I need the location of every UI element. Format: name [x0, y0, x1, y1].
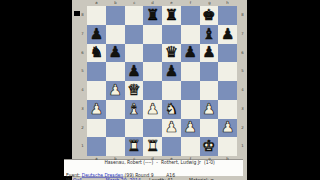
file-label-top-g: g: [204, 1, 214, 4]
file-label-top-a: a: [91, 1, 101, 4]
square-h3[interactable]: [218, 100, 237, 119]
square-f5[interactable]: [181, 62, 200, 81]
square-c6[interactable]: [125, 44, 144, 63]
material-balance: Material: =: [189, 178, 214, 180]
square-c4[interactable]: ♛: [125, 81, 144, 100]
piece-white-knight: ♞: [165, 101, 178, 116]
piece-black-pawn: ♟: [127, 64, 140, 79]
rank-label-right-7: 7: [240, 29, 244, 39]
piece-white-pawn: ♟: [202, 101, 215, 116]
piece-black-rook: ♜: [146, 7, 159, 22]
square-f4[interactable]: [181, 81, 200, 100]
piece-black-pawn: ♟: [202, 45, 215, 60]
piece-white-pawn: ♟: [108, 82, 121, 97]
file-label-bottom-b: b: [110, 157, 120, 160]
square-a8[interactable]: [87, 6, 106, 25]
square-b3[interactable]: [106, 100, 125, 119]
square-d2[interactable]: [143, 119, 162, 138]
piece-white-queen: ♛: [127, 82, 140, 97]
square-d5[interactable]: [143, 62, 162, 81]
square-h6[interactable]: [218, 44, 237, 63]
square-h8[interactable]: [218, 6, 237, 25]
square-e6[interactable]: ♛: [162, 44, 181, 63]
square-a7[interactable]: ♟: [87, 25, 106, 44]
square-c1[interactable]: ♜: [125, 137, 144, 156]
square-f8[interactable]: [181, 6, 200, 25]
square-d7[interactable]: [143, 25, 162, 44]
rank-label-right-6: 6: [240, 48, 244, 58]
square-a2[interactable]: [87, 119, 106, 138]
piece-white-rook: ♜: [127, 139, 140, 154]
square-c5[interactable]: ♟: [125, 62, 144, 81]
piece-black-queen: ♛: [165, 45, 178, 60]
rank-label-left-6: 6: [81, 48, 85, 58]
file-label-bottom-a: a: [91, 157, 101, 160]
square-h4[interactable]: [218, 81, 237, 100]
rank-label-right-5: 5: [240, 66, 244, 76]
board: ♜♜♚♟♝♟♞♟♛♟♟♟♟♟♛♟♝♟♞♟♟♟♟♜♜♚: [87, 6, 237, 156]
square-c8[interactable]: [125, 6, 144, 25]
rank-label-left-3: 3: [81, 104, 85, 114]
square-e7[interactable]: [162, 25, 181, 44]
piece-white-pawn: ♟: [165, 120, 178, 135]
piece-white-pawn: ♟: [90, 101, 103, 116]
rank-label-left-4: 4: [81, 85, 85, 95]
square-g7[interactable]: ♝: [200, 25, 219, 44]
file-label-bottom-c: c: [129, 157, 139, 160]
square-c3[interactable]: ♝: [125, 100, 144, 119]
square-b5[interactable]: [106, 62, 125, 81]
caption-panel: Hasenau, Robert (----) - Rothert, Ludwig…: [64, 159, 243, 176]
rank-label-left-7: 7: [81, 29, 85, 39]
piece-black-pawn: ♟: [221, 26, 234, 41]
square-f6[interactable]: ♟: [181, 44, 200, 63]
square-a5[interactable]: [87, 62, 106, 81]
file-label-top-c: c: [129, 1, 139, 4]
square-f1[interactable]: [181, 137, 200, 156]
square-e4[interactable]: [162, 81, 181, 100]
file-label-top-d: d: [147, 1, 157, 4]
piece-black-bishop: ♝: [202, 26, 215, 41]
piece-white-king: ♚: [202, 139, 215, 154]
screenshot-canvas: ♜♜♚♟♝♟♞♟♛♟♟♟♟♟♛♟♝♟♞♟♟♟♟♜♜♚ Hasenau, Robe…: [0, 0, 320, 180]
square-a3[interactable]: ♟: [87, 100, 106, 119]
square-g8[interactable]: ♚: [200, 6, 219, 25]
file-label-bottom-d: d: [147, 157, 157, 160]
square-d4[interactable]: [143, 81, 162, 100]
rank-label-right-4: 4: [240, 85, 244, 95]
file-label-top-f: f: [185, 1, 195, 4]
square-b7[interactable]: [106, 25, 125, 44]
square-f7[interactable]: [181, 25, 200, 44]
side-to-move-indicator: [74, 11, 80, 17]
square-g2[interactable]: [200, 119, 219, 138]
square-f3[interactable]: [181, 100, 200, 119]
square-a4[interactable]: [87, 81, 106, 100]
square-h5[interactable]: [218, 62, 237, 81]
square-h1[interactable]: [218, 137, 237, 156]
rank-label-left-2: 2: [81, 123, 85, 133]
file-label-bottom-e: e: [166, 157, 176, 160]
square-h2[interactable]: ♟: [218, 119, 237, 138]
last-move-value: Qc4: [73, 178, 82, 180]
piece-white-pawn: ♟: [146, 101, 159, 116]
last-move-label: W:: [66, 178, 72, 180]
piece-black-rook: ♜: [165, 7, 178, 22]
file-label-bottom-g: g: [204, 157, 214, 160]
rank-label-left-8: 8: [81, 10, 85, 20]
square-e8[interactable]: ♜: [162, 6, 181, 25]
square-e3[interactable]: ♞: [162, 100, 181, 119]
file-label-top-e: e: [166, 1, 176, 4]
square-d8[interactable]: ♜: [143, 6, 162, 25]
square-g6[interactable]: ♟: [200, 44, 219, 63]
square-g4[interactable]: [200, 81, 219, 100]
square-d3[interactable]: ♟: [143, 100, 162, 119]
rank-label-left-5: 5: [81, 66, 85, 76]
rank-label-right-2: 2: [240, 123, 244, 133]
game-date[interactable]: March 29, 2014: [106, 178, 141, 180]
square-e1[interactable]: [162, 137, 181, 156]
info-line: W: Qc4 March 29, 2014 Length: 41 Materia…: [66, 170, 241, 180]
rank-label-left-1: 1: [81, 141, 85, 151]
piece-black-pawn: ♟: [90, 26, 103, 41]
file-label-bottom-f: f: [185, 157, 195, 160]
square-e5[interactable]: ♟: [162, 62, 181, 81]
file-label-bottom-h: h: [222, 157, 232, 160]
file-label-top-h: h: [222, 1, 232, 4]
file-label-top-b: b: [110, 1, 120, 4]
game-length: Length: 41: [149, 178, 173, 180]
piece-black-pawn: ♟: [108, 45, 121, 60]
square-b4[interactable]: ♟: [106, 81, 125, 100]
piece-black-king: ♚: [202, 7, 215, 22]
piece-black-pawn: ♟: [183, 45, 196, 60]
rank-label-right-3: 3: [240, 104, 244, 114]
square-a1[interactable]: [87, 137, 106, 156]
square-f2[interactable]: ♟: [181, 119, 200, 138]
square-b2[interactable]: [106, 119, 125, 138]
square-g1[interactable]: ♚: [200, 137, 219, 156]
square-b1[interactable]: [106, 137, 125, 156]
piece-white-rook: ♜: [146, 139, 159, 154]
rank-label-right-8: 8: [240, 10, 244, 20]
square-g5[interactable]: [200, 62, 219, 81]
piece-white-pawn: ♟: [183, 120, 196, 135]
square-d1[interactable]: ♜: [143, 137, 162, 156]
square-d6[interactable]: [143, 44, 162, 63]
square-e2[interactable]: ♟: [162, 119, 181, 138]
square-g3[interactable]: ♟: [200, 100, 219, 119]
rank-label-right-1: 1: [240, 141, 244, 151]
square-c7[interactable]: [125, 25, 144, 44]
piece-white-bishop: ♝: [127, 101, 140, 116]
square-c2[interactable]: [125, 119, 144, 138]
square-h7[interactable]: ♟: [218, 25, 237, 44]
piece-black-pawn: ♟: [165, 64, 178, 79]
piece-white-pawn: ♟: [221, 120, 234, 135]
square-a6[interactable]: ♞: [87, 44, 106, 63]
square-b6[interactable]: ♟: [106, 44, 125, 63]
square-b8[interactable]: [106, 6, 125, 25]
piece-black-knight: ♞: [90, 45, 103, 60]
